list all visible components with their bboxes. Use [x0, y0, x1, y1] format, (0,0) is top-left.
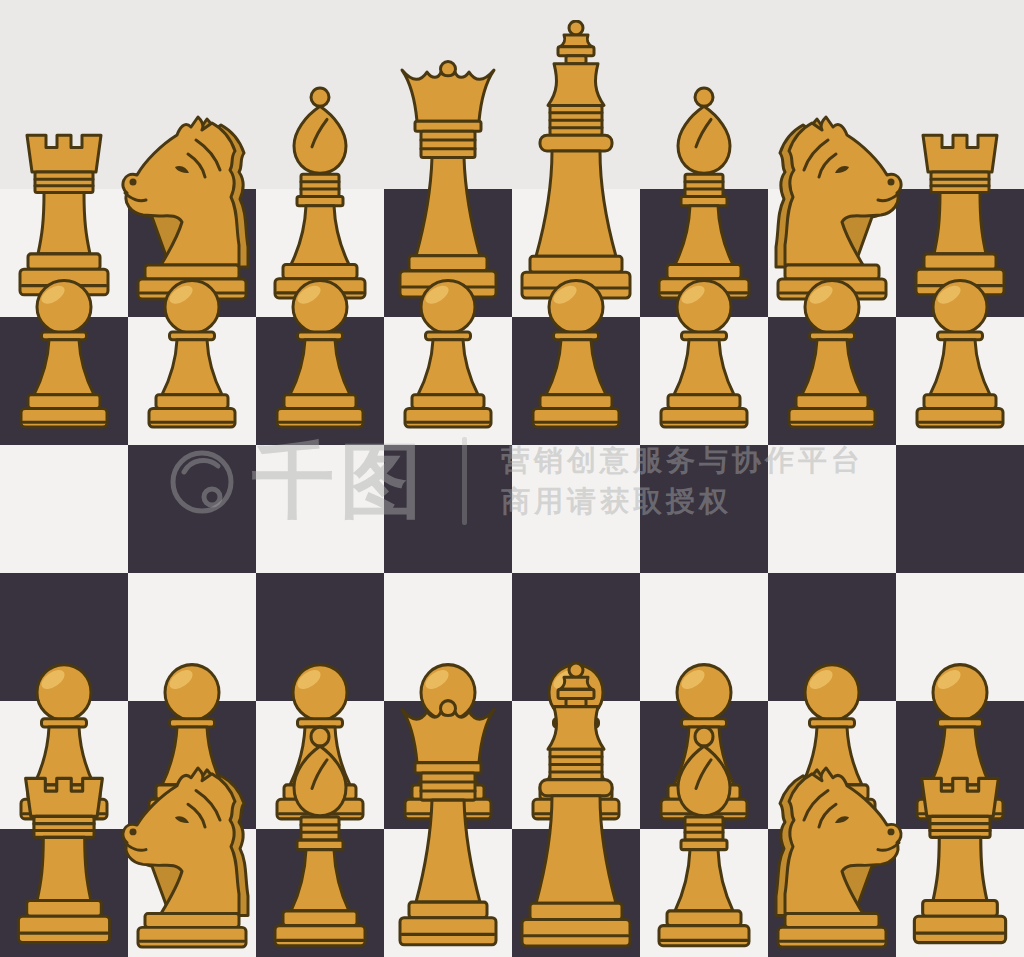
- board-square: [384, 189, 512, 317]
- board-square: [128, 189, 256, 317]
- board-square: [0, 829, 128, 957]
- board-square: [640, 829, 768, 957]
- board-square: [256, 189, 384, 317]
- chess-board: [0, 189, 1024, 957]
- board-square: [384, 701, 512, 829]
- board-square: [256, 317, 384, 445]
- board-square: [896, 189, 1024, 317]
- board-square: [512, 317, 640, 445]
- board-square: [640, 573, 768, 701]
- board-square: [128, 829, 256, 957]
- board-square: [896, 701, 1024, 829]
- board-square: [384, 445, 512, 573]
- board-square: [384, 573, 512, 701]
- board-square: [768, 701, 896, 829]
- board-square: [256, 573, 384, 701]
- board-square: [512, 445, 640, 573]
- board-square: [768, 189, 896, 317]
- board-square: [128, 445, 256, 573]
- board-square: [768, 445, 896, 573]
- board-square: [896, 445, 1024, 573]
- board-square: [0, 317, 128, 445]
- board-square: [640, 317, 768, 445]
- board-square: [128, 573, 256, 701]
- board-square: [896, 573, 1024, 701]
- board-square: [256, 829, 384, 957]
- board-square: [256, 445, 384, 573]
- board-square: [640, 189, 768, 317]
- board-square: [128, 317, 256, 445]
- board-square: [640, 701, 768, 829]
- board-square: [128, 701, 256, 829]
- board-square: [768, 829, 896, 957]
- board-square: [512, 189, 640, 317]
- board-square: [640, 445, 768, 573]
- board-square: [384, 829, 512, 957]
- board-square: [0, 701, 128, 829]
- board-square: [512, 573, 640, 701]
- board-square: [896, 317, 1024, 445]
- board-square: [384, 317, 512, 445]
- board-square: [896, 829, 1024, 957]
- board-square: [512, 829, 640, 957]
- board-square: [768, 317, 896, 445]
- board-square: [768, 573, 896, 701]
- board-square: [0, 573, 128, 701]
- board-square: [256, 701, 384, 829]
- chess-illustration: 千图 营销创意服务与协作平台 商用请获取授权: [0, 0, 1024, 957]
- board-square: [0, 445, 128, 573]
- board-square: [512, 701, 640, 829]
- board-square: [0, 189, 128, 317]
- background-band: [0, 0, 1024, 189]
